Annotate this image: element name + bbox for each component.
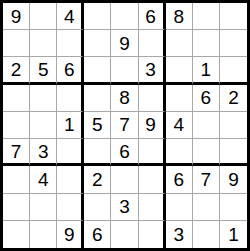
- sudoku-cell-r7c4-given[interactable]: 2: [84, 166, 111, 193]
- sudoku-cell-r9c4-given[interactable]: 6: [84, 221, 111, 248]
- sudoku-cell-r8c5-given[interactable]: 3: [111, 194, 138, 221]
- sudoku-cell-r2c1-empty[interactable]: [3, 30, 30, 57]
- sudoku-cell-r9c3-given[interactable]: 9: [57, 221, 84, 248]
- sudoku-cell-r3c4-empty[interactable]: [84, 57, 111, 84]
- sudoku-cell-r6c4-empty[interactable]: [84, 139, 111, 166]
- sudoku-cell-r5c5-given[interactable]: 7: [111, 112, 138, 139]
- sudoku-cell-r6c5-given[interactable]: 6: [111, 139, 138, 166]
- sudoku-cell-r5c7-given[interactable]: 4: [166, 112, 193, 139]
- sudoku-cell-r2c6-empty[interactable]: [139, 30, 166, 57]
- sudoku-cell-r3c5-empty[interactable]: [111, 57, 138, 84]
- sudoku-cell-r1c6-given[interactable]: 6: [139, 3, 166, 30]
- sudoku-cell-r1c4-empty[interactable]: [84, 3, 111, 30]
- sudoku-cell-r5c2-empty[interactable]: [30, 112, 57, 139]
- sudoku-cell-r6c1-given[interactable]: 7: [3, 139, 30, 166]
- sudoku-cell-r1c7-given[interactable]: 8: [166, 3, 193, 30]
- sudoku-cell-r1c3-given[interactable]: 4: [57, 3, 84, 30]
- sudoku-cell-r2c8-empty[interactable]: [193, 30, 220, 57]
- sudoku-cell-r4c3-empty[interactable]: [57, 85, 84, 112]
- sudoku-cell-r6c6-empty[interactable]: [139, 139, 166, 166]
- sudoku-cell-r7c2-given[interactable]: 4: [30, 166, 57, 193]
- sudoku-cell-r6c7-empty[interactable]: [166, 139, 193, 166]
- sudoku-cell-r2c5-given[interactable]: 9: [111, 30, 138, 57]
- sudoku-cell-r6c2-given[interactable]: 3: [30, 139, 57, 166]
- sudoku-cell-r4c2-empty[interactable]: [30, 85, 57, 112]
- sudoku-cell-r3c3-given[interactable]: 6: [57, 57, 84, 84]
- sudoku-cell-r2c9-empty[interactable]: [220, 30, 247, 57]
- sudoku-cell-r4c7-empty[interactable]: [166, 85, 193, 112]
- sudoku-cell-r7c1-empty[interactable]: [3, 166, 30, 193]
- sudoku-cell-r8c9-empty[interactable]: [220, 194, 247, 221]
- sudoku-cell-r1c2-empty[interactable]: [30, 3, 57, 30]
- sudoku-cell-r9c1-empty[interactable]: [3, 221, 30, 248]
- sudoku-cell-r3c8-given[interactable]: 1: [193, 57, 220, 84]
- sudoku-cell-r4c4-empty[interactable]: [84, 85, 111, 112]
- sudoku-cell-r9c5-empty[interactable]: [111, 221, 138, 248]
- sudoku-cell-r9c6-empty[interactable]: [139, 221, 166, 248]
- sudoku-cell-r8c2-empty[interactable]: [30, 194, 57, 221]
- sudoku-cell-r2c7-empty[interactable]: [166, 30, 193, 57]
- sudoku-cell-r1c1-given[interactable]: 9: [3, 3, 30, 30]
- sudoku-cell-r4c9-given[interactable]: 2: [220, 85, 247, 112]
- sudoku-cell-r9c9-given[interactable]: 1: [220, 221, 247, 248]
- sudoku-cell-r8c7-empty[interactable]: [166, 194, 193, 221]
- sudoku-cell-r3c9-empty[interactable]: [220, 57, 247, 84]
- sudoku-cell-r9c7-given[interactable]: 3: [166, 221, 193, 248]
- sudoku-cell-r1c8-empty[interactable]: [193, 3, 220, 30]
- sudoku-cell-r1c5-empty[interactable]: [111, 3, 138, 30]
- sudoku-cell-r5c8-empty[interactable]: [193, 112, 220, 139]
- sudoku-cell-r5c3-given[interactable]: 1: [57, 112, 84, 139]
- sudoku-cell-r2c3-empty[interactable]: [57, 30, 84, 57]
- sudoku-cell-r7c8-given[interactable]: 7: [193, 166, 220, 193]
- sudoku-cell-r6c9-empty[interactable]: [220, 139, 247, 166]
- sudoku-cell-r9c8-empty[interactable]: [193, 221, 220, 248]
- sudoku-cell-r3c2-given[interactable]: 5: [30, 57, 57, 84]
- sudoku-cell-r8c8-empty[interactable]: [193, 194, 220, 221]
- sudoku-cell-r3c6-given[interactable]: 3: [139, 57, 166, 84]
- sudoku-cell-r5c9-empty[interactable]: [220, 112, 247, 139]
- sudoku-cell-r3c7-empty[interactable]: [166, 57, 193, 84]
- sudoku-cell-r5c1-empty[interactable]: [3, 112, 30, 139]
- sudoku-cell-r1c9-empty[interactable]: [220, 3, 247, 30]
- sudoku-cell-r4c8-given[interactable]: 6: [193, 85, 220, 112]
- sudoku-board: 9468925631862157947364267939631: [0, 0, 250, 251]
- sudoku-cell-r5c4-given[interactable]: 5: [84, 112, 111, 139]
- sudoku-cell-r7c9-given[interactable]: 9: [220, 166, 247, 193]
- sudoku-cell-r4c1-empty[interactable]: [3, 85, 30, 112]
- sudoku-cell-r8c4-empty[interactable]: [84, 194, 111, 221]
- sudoku-cell-r2c2-empty[interactable]: [30, 30, 57, 57]
- sudoku-cell-r3c1-given[interactable]: 2: [3, 57, 30, 84]
- sudoku-cell-r4c5-given[interactable]: 8: [111, 85, 138, 112]
- sudoku-cell-r4c6-empty[interactable]: [139, 85, 166, 112]
- sudoku-cell-r6c3-empty[interactable]: [57, 139, 84, 166]
- sudoku-cell-r9c2-empty[interactable]: [30, 221, 57, 248]
- sudoku-cell-r7c7-given[interactable]: 6: [166, 166, 193, 193]
- sudoku-cell-r6c8-empty[interactable]: [193, 139, 220, 166]
- sudoku-cell-r5c6-given[interactable]: 9: [139, 112, 166, 139]
- sudoku-cell-r8c1-empty[interactable]: [3, 194, 30, 221]
- sudoku-cell-r7c3-empty[interactable]: [57, 166, 84, 193]
- sudoku-cell-r7c5-empty[interactable]: [111, 166, 138, 193]
- sudoku-cell-r2c4-empty[interactable]: [84, 30, 111, 57]
- sudoku-cell-r8c3-empty[interactable]: [57, 194, 84, 221]
- sudoku-cell-r7c6-empty[interactable]: [139, 166, 166, 193]
- sudoku-cell-r8c6-empty[interactable]: [139, 194, 166, 221]
